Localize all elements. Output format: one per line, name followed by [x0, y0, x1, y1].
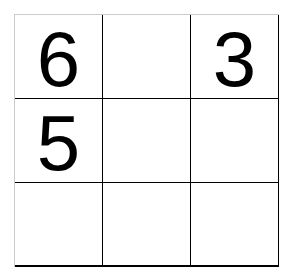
puzzle-stage: 6 3 5	[0, 0, 292, 280]
cell-r0c0[interactable]: 6	[15, 15, 103, 99]
cell-r2c0[interactable]	[15, 183, 103, 267]
cell-r1c2[interactable]	[191, 99, 279, 183]
cell-r0c2[interactable]: 3	[191, 15, 279, 99]
puzzle-board: 6 3 5	[14, 14, 279, 267]
cell-r2c2[interactable]	[191, 183, 279, 267]
cell-r1c0[interactable]: 5	[15, 99, 103, 183]
cell-r0c1[interactable]	[103, 15, 191, 99]
cell-r2c1[interactable]	[103, 183, 191, 267]
cell-r1c1[interactable]	[103, 99, 191, 183]
